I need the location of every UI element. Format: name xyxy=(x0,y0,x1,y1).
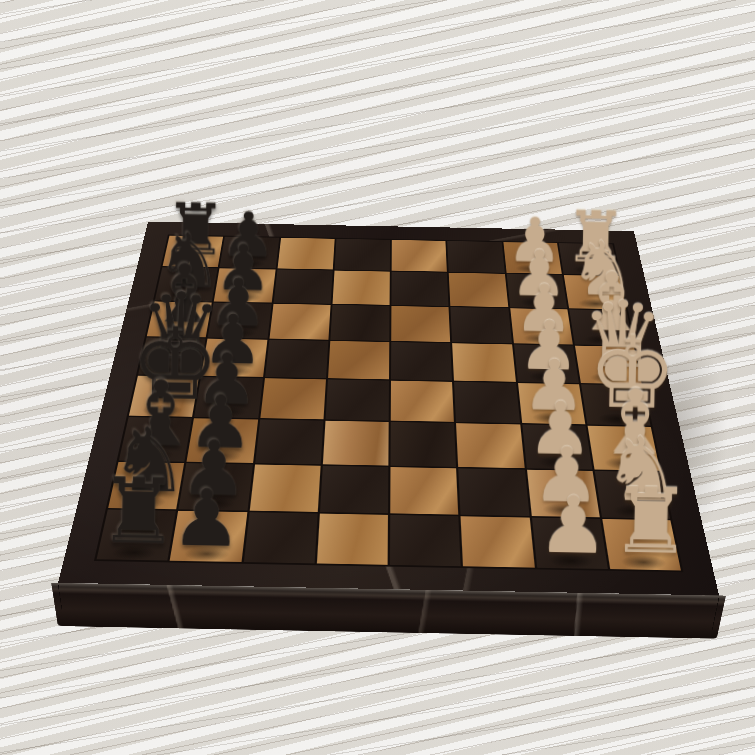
square-d4[interactable] xyxy=(391,342,452,381)
square-e4[interactable] xyxy=(391,381,454,422)
square-a3[interactable] xyxy=(447,241,504,273)
square-b6[interactable] xyxy=(273,270,332,304)
square-h2[interactable]: ♟ xyxy=(531,517,607,569)
square-d6[interactable] xyxy=(265,340,329,379)
chess-board: ♜♟♟♜♞♟♟♞♝♟♟♝♛♟♟♛♚♟♟♚♝♟♟♝♞♟♟♞♜♟♟♜ xyxy=(58,222,719,596)
square-f4[interactable] xyxy=(391,422,457,466)
square-g5[interactable] xyxy=(320,465,389,513)
square-h1[interactable]: ♜ xyxy=(602,519,681,571)
square-e6[interactable] xyxy=(260,378,326,419)
square-a5[interactable] xyxy=(334,239,390,271)
square-c6[interactable] xyxy=(269,303,330,339)
square-f6[interactable] xyxy=(255,420,323,464)
square-g3[interactable] xyxy=(458,468,529,516)
square-c5[interactable] xyxy=(330,305,389,341)
chess-set-photo: ♜♟♟♜♞♟♟♞♝♟♟♝♛♟♟♛♚♟♟♚♝♟♟♝♞♟♟♞♜♟♟♜ xyxy=(0,0,755,755)
square-b3[interactable] xyxy=(449,273,508,307)
square-h5[interactable] xyxy=(317,513,388,564)
board-frame: ♜♟♟♜♞♟♟♞♝♟♟♝♛♟♟♛♚♟♟♚♝♟♟♝♞♟♟♞♜♟♟♜ xyxy=(58,222,719,596)
square-h7[interactable]: ♟ xyxy=(170,511,247,562)
square-c3[interactable] xyxy=(451,307,512,343)
square-g4[interactable] xyxy=(390,467,458,515)
square-h4[interactable] xyxy=(390,515,461,567)
square-d3[interactable] xyxy=(452,343,515,382)
piece-white-rook-h1[interactable]: ♜ xyxy=(609,475,682,567)
piece-black-pawn-h7[interactable]: ♟ xyxy=(171,479,243,559)
square-a4[interactable] xyxy=(392,240,447,272)
square-e3[interactable] xyxy=(454,382,519,423)
square-d5[interactable] xyxy=(328,341,389,380)
square-c4[interactable] xyxy=(391,306,450,342)
square-a6[interactable] xyxy=(277,238,334,270)
piece-black-rook-h8[interactable]: ♜ xyxy=(97,466,170,558)
square-h6[interactable] xyxy=(243,512,317,563)
square-f3[interactable] xyxy=(456,423,524,467)
square-b4[interactable] xyxy=(391,272,448,306)
square-h8[interactable]: ♜ xyxy=(97,509,177,560)
board-grid: ♜♟♟♜♞♟♟♞♝♟♟♝♛♟♟♛♚♟♟♚♝♟♟♝♞♟♟♞♜♟♟♜ xyxy=(94,235,684,573)
square-f5[interactable] xyxy=(323,421,389,465)
square-g6[interactable] xyxy=(249,464,320,512)
square-e5[interactable] xyxy=(325,379,389,420)
square-b5[interactable] xyxy=(332,271,389,305)
piece-white-pawn-h2[interactable]: ♟ xyxy=(536,486,608,566)
square-h3[interactable] xyxy=(461,516,534,568)
